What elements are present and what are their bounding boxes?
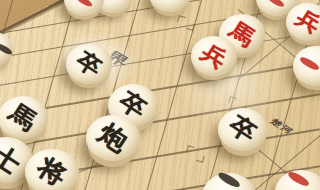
xiangqi-board-photo: 界 楚河 馬卒炮士将卒卒兵馬兵 xyxy=(0,0,320,190)
piece-disc xyxy=(202,173,256,190)
piece-disc: 炮 xyxy=(86,115,140,161)
piece-character: 卒 xyxy=(226,112,261,146)
partial-ink-mark xyxy=(287,169,311,188)
piece-disc: 将 xyxy=(25,149,79,190)
piece-red-soldier[interactable]: 兵 xyxy=(286,3,320,41)
piece-disc xyxy=(275,170,320,190)
piece-black-horse[interactable]: 馬 xyxy=(0,96,48,139)
piece-character: 将 xyxy=(33,154,71,190)
piece-black-soldier[interactable]: 卒 xyxy=(218,108,268,151)
piece-unknown-partial[interactable] xyxy=(149,0,191,12)
piece-black-cannon[interactable]: 炮 xyxy=(86,115,140,161)
partial-ink-mark xyxy=(0,42,14,56)
partial-ink-mark xyxy=(299,56,320,73)
piece-red-partial[interactable] xyxy=(64,0,104,16)
piece-black-soldier[interactable]: 卒 xyxy=(66,44,112,84)
piece-character: 士 xyxy=(0,142,25,179)
piece-disc: 兵 xyxy=(191,36,237,76)
piece-disc: 馬 xyxy=(0,96,48,139)
piece-black-partial[interactable] xyxy=(202,173,256,190)
piece-black-general[interactable]: 将 xyxy=(25,149,79,190)
piece-disc: 卒 xyxy=(218,108,268,151)
piece-red-partial[interactable] xyxy=(293,46,320,86)
piece-disc xyxy=(293,46,320,86)
partial-ink-mark xyxy=(265,0,285,9)
piece-character: 馬 xyxy=(6,100,41,134)
piece-red-soldier[interactable]: 兵 xyxy=(191,36,237,76)
piece-character: 兵 xyxy=(293,7,320,37)
piece-disc xyxy=(149,0,191,12)
partial-ink-mark xyxy=(75,0,94,8)
partial-ink-mark xyxy=(217,171,242,190)
piece-disc: 兵 xyxy=(286,3,320,41)
piece-disc: 卒 xyxy=(66,44,112,84)
piece-character: 卒 xyxy=(73,48,105,80)
pieces-layer: 馬卒炮士将卒卒兵馬兵 xyxy=(0,0,320,190)
piece-red-partial[interactable] xyxy=(275,170,320,190)
piece-black-partial[interactable] xyxy=(0,32,13,66)
piece-disc xyxy=(64,0,104,16)
piece-disc xyxy=(0,32,13,66)
piece-character: 兵 xyxy=(198,40,230,72)
piece-character: 炮 xyxy=(94,120,132,157)
